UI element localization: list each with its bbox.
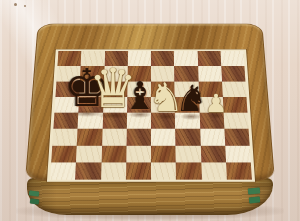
wall-speck (14, 3, 17, 6)
square-h8[interactable] (220, 51, 244, 66)
square-f8[interactable] (174, 51, 198, 66)
square-e2[interactable] (151, 145, 176, 162)
black-knight-glyph: ♞ (175, 81, 207, 117)
chess-box-front (27, 178, 273, 215)
square-a3[interactable] (52, 129, 77, 146)
square-c1[interactable] (101, 162, 126, 179)
square-g2[interactable] (200, 145, 226, 162)
square-b3[interactable] (77, 129, 102, 146)
square-e3[interactable] (151, 129, 176, 146)
square-b2[interactable] (76, 145, 101, 162)
wall-speck (24, 5, 26, 7)
piece-white-pawn-g4[interactable]: ♟ (205, 91, 227, 116)
square-f2[interactable] (176, 145, 201, 162)
square-e1[interactable] (151, 162, 176, 179)
square-d1[interactable] (126, 162, 151, 179)
square-e8[interactable] (151, 51, 174, 66)
square-f1[interactable] (176, 162, 202, 179)
square-b1[interactable] (75, 162, 101, 179)
white-pawn-glyph: ♟ (205, 91, 227, 116)
square-d3[interactable] (126, 129, 151, 146)
square-c3[interactable] (102, 129, 127, 146)
square-g8[interactable] (197, 51, 221, 66)
photo-scene: ♚♛♝♞♞♟ (0, 0, 300, 221)
clasp-left-bottom (30, 198, 40, 204)
square-a2[interactable] (51, 145, 77, 162)
square-c2[interactable] (101, 145, 126, 162)
square-a1[interactable] (50, 162, 76, 179)
piece-black-knight-f4[interactable]: ♞ (175, 81, 207, 117)
clasp-right-top (248, 187, 260, 194)
square-g3[interactable] (200, 129, 225, 146)
square-h1[interactable] (226, 162, 252, 179)
square-h7[interactable] (221, 66, 245, 81)
square-h3[interactable] (224, 129, 249, 146)
clasp-right-bottom (249, 197, 260, 204)
square-d2[interactable] (126, 145, 151, 162)
square-g1[interactable] (201, 162, 227, 179)
square-f3[interactable] (175, 129, 200, 146)
square-h2[interactable] (225, 145, 251, 162)
